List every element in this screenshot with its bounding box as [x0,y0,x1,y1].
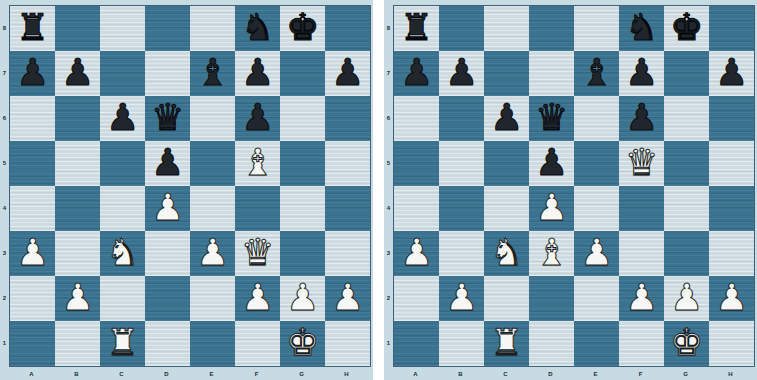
square-e2 [574,276,619,321]
square-c1: ♜ [484,321,529,366]
square-c5 [100,141,145,186]
file-label-g: G [279,371,324,377]
square-h1 [325,321,370,366]
piece-black-king: ♚ [670,9,703,46]
piece-white-pawn: ♟ [670,279,703,316]
square-f3 [619,231,664,276]
square-g2: ♟ [280,276,325,321]
piece-black-bishop: ♝ [196,54,229,91]
square-c6: ♟ [484,96,529,141]
square-h6 [325,96,370,141]
rank-label-2: 2 [384,275,393,320]
square-c2 [484,276,529,321]
piece-black-queen: ♛ [535,99,568,136]
square-d2 [145,276,190,321]
square-f6: ♟ [235,96,280,141]
rank-label-8: 8 [384,5,393,50]
square-c4 [100,186,145,231]
piece-black-pawn: ♟ [61,54,94,91]
square-c4 [484,186,529,231]
piece-white-knight: ♞ [490,234,523,271]
piece-white-rook: ♜ [490,324,523,361]
square-b7: ♟ [55,51,100,96]
square-e8 [574,6,619,51]
file-label-c: C [483,371,528,377]
square-b2: ♟ [55,276,100,321]
square-g8: ♚ [664,6,709,51]
piece-white-pawn: ♟ [151,189,184,226]
piece-black-pawn: ♟ [625,99,658,136]
piece-black-pawn: ♟ [400,54,433,91]
square-f4 [235,186,280,231]
piece-white-king: ♚ [670,324,703,361]
square-b6 [55,96,100,141]
square-a8: ♜ [10,6,55,51]
square-g1: ♚ [280,321,325,366]
square-g4 [664,186,709,231]
square-g1: ♚ [664,321,709,366]
piece-black-rook: ♜ [400,9,433,46]
square-e2 [190,276,235,321]
piece-black-king: ♚ [286,9,319,46]
piece-white-pawn: ♟ [16,234,49,271]
square-a6 [10,96,55,141]
piece-white-pawn: ♟ [400,234,433,271]
square-d7 [529,51,574,96]
square-g5 [664,141,709,186]
rank-label-4: 4 [0,185,9,230]
square-b5 [439,141,484,186]
rank-label-1: 1 [0,320,9,365]
piece-white-bishop: ♝ [241,144,274,181]
square-b2: ♟ [439,276,484,321]
piece-black-queen: ♛ [151,99,184,136]
square-c2 [100,276,145,321]
square-b3 [55,231,100,276]
square-g3 [280,231,325,276]
square-f7: ♟ [235,51,280,96]
square-g4 [280,186,325,231]
square-h2: ♟ [709,276,754,321]
rank-label-3: 3 [384,230,393,275]
square-f1 [235,321,280,366]
square-a3: ♟ [10,231,55,276]
square-d3: ♝ [529,231,574,276]
rank-label-8: 8 [0,5,9,50]
square-a8: ♜ [394,6,439,51]
piece-white-pawn: ♟ [445,279,478,316]
piece-black-rook: ♜ [16,9,49,46]
square-e1 [574,321,619,366]
square-a1 [394,321,439,366]
square-a5 [10,141,55,186]
piece-black-pawn: ♟ [151,144,184,181]
square-b1 [55,321,100,366]
rank-label-7: 7 [384,50,393,95]
file-label-f: F [234,371,279,377]
square-g6 [280,96,325,141]
piece-black-pawn: ♟ [241,54,274,91]
square-h4 [709,186,754,231]
square-g7 [280,51,325,96]
square-f1 [619,321,664,366]
square-d8 [529,6,574,51]
square-g5 [280,141,325,186]
square-e4 [190,186,235,231]
piece-white-pawn: ♟ [331,279,364,316]
square-a4 [394,186,439,231]
piece-black-bishop: ♝ [580,54,613,91]
rank-label-5: 5 [384,140,393,185]
rank-label-4: 4 [384,185,393,230]
square-d5: ♟ [145,141,190,186]
square-h8 [709,6,754,51]
piece-black-knight: ♞ [241,9,274,46]
file-label-d: D [144,371,189,377]
file-label-c: C [99,371,144,377]
square-h3 [709,231,754,276]
square-e7: ♝ [190,51,235,96]
square-f2: ♟ [235,276,280,321]
square-d4: ♟ [529,186,574,231]
square-d1 [529,321,574,366]
piece-black-pawn: ♟ [715,54,748,91]
piece-white-king: ♚ [286,324,319,361]
piece-white-pawn: ♟ [535,189,568,226]
piece-black-pawn: ♟ [331,54,364,91]
file-label-f: F [618,371,663,377]
piece-white-pawn: ♟ [715,279,748,316]
square-a7: ♟ [394,51,439,96]
square-h5 [709,141,754,186]
square-a2 [394,276,439,321]
square-a3: ♟ [394,231,439,276]
square-c3: ♞ [100,231,145,276]
square-b5 [55,141,100,186]
piece-white-pawn: ♟ [196,234,229,271]
square-c7 [484,51,529,96]
piece-white-pawn: ♟ [61,279,94,316]
piece-white-pawn: ♟ [625,279,658,316]
square-b7: ♟ [439,51,484,96]
square-b1 [439,321,484,366]
square-h7: ♟ [325,51,370,96]
piece-black-pawn: ♟ [106,99,139,136]
square-c7 [100,51,145,96]
file-label-a: A [393,371,438,377]
file-label-e: E [573,371,618,377]
square-b4 [55,186,100,231]
piece-white-bishop: ♝ [535,234,568,271]
square-e6 [190,96,235,141]
chess-diagram-pair: 87654321♜♞♚♟♟♝♟♟♟♛♟♟♝♟♟♞♟♛♟♟♟♟♜♚ABCDEFGH… [0,0,757,380]
square-f3: ♛ [235,231,280,276]
piece-white-rook: ♜ [106,324,139,361]
square-g2: ♟ [664,276,709,321]
square-e7: ♝ [574,51,619,96]
square-b6 [439,96,484,141]
square-f5: ♝ [235,141,280,186]
square-a2 [10,276,55,321]
square-f8: ♞ [619,6,664,51]
square-e5 [574,141,619,186]
square-d3 [145,231,190,276]
square-h6 [709,96,754,141]
piece-black-pawn: ♟ [625,54,658,91]
square-f7: ♟ [619,51,664,96]
square-e4 [574,186,619,231]
square-c8 [484,6,529,51]
square-d4: ♟ [145,186,190,231]
piece-white-pawn: ♟ [286,279,319,316]
square-e5 [190,141,235,186]
square-g7 [664,51,709,96]
square-f2: ♟ [619,276,664,321]
square-a5 [394,141,439,186]
square-h2: ♟ [325,276,370,321]
rank-label-5: 5 [0,140,9,185]
square-d5: ♟ [529,141,574,186]
square-b8 [439,6,484,51]
square-h7: ♟ [709,51,754,96]
rank-label-1: 1 [384,320,393,365]
square-d1 [145,321,190,366]
square-f4 [619,186,664,231]
square-c5 [484,141,529,186]
file-label-d: D [528,371,573,377]
chess-board-left: 87654321♜♞♚♟♟♝♟♟♟♛♟♟♝♟♟♞♟♛♟♟♟♟♜♚ABCDEFGH [0,0,373,380]
square-h8 [325,6,370,51]
piece-white-knight: ♞ [106,234,139,271]
rank-label-7: 7 [0,50,9,95]
square-f6: ♟ [619,96,664,141]
square-e3: ♟ [574,231,619,276]
square-e3: ♟ [190,231,235,276]
square-h1 [709,321,754,366]
square-a4 [10,186,55,231]
square-d2 [529,276,574,321]
square-a6 [394,96,439,141]
square-c3: ♞ [484,231,529,276]
piece-black-pawn: ♟ [490,99,523,136]
square-d7 [145,51,190,96]
piece-white-queen: ♛ [625,144,658,181]
square-b4 [439,186,484,231]
piece-white-pawn: ♟ [241,279,274,316]
square-g6 [664,96,709,141]
square-a7: ♟ [10,51,55,96]
square-c6: ♟ [100,96,145,141]
board-grid-left: ♜♞♚♟♟♝♟♟♟♛♟♟♝♟♟♞♟♛♟♟♟♟♜♚ [9,5,371,367]
square-a1 [10,321,55,366]
square-f5: ♛ [619,141,664,186]
piece-black-pawn: ♟ [535,144,568,181]
piece-black-pawn: ♟ [16,54,49,91]
square-g3 [664,231,709,276]
piece-black-knight: ♞ [625,9,658,46]
board-grid-right: ♜♞♚♟♟♝♟♟♟♛♟♟♛♟♟♞♝♟♟♟♟♟♜♚ [393,5,755,367]
rank-label-6: 6 [384,95,393,140]
rank-label-6: 6 [0,95,9,140]
square-f8: ♞ [235,6,280,51]
piece-white-pawn: ♟ [580,234,613,271]
chess-board-right: 87654321♜♞♚♟♟♝♟♟♟♛♟♟♛♟♟♞♝♟♟♟♟♟♜♚ABCDEFGH [384,0,757,380]
piece-black-pawn: ♟ [241,99,274,136]
square-d6: ♛ [145,96,190,141]
square-e1 [190,321,235,366]
piece-black-pawn: ♟ [445,54,478,91]
square-c8 [100,6,145,51]
square-d6: ♛ [529,96,574,141]
square-e6 [574,96,619,141]
file-label-h: H [324,371,369,377]
file-label-e: E [189,371,234,377]
square-b3 [439,231,484,276]
file-label-b: B [438,371,483,377]
piece-white-queen: ♛ [241,234,274,271]
square-d8 [145,6,190,51]
square-h4 [325,186,370,231]
square-b8 [55,6,100,51]
rank-label-2: 2 [0,275,9,320]
square-g8: ♚ [280,6,325,51]
file-label-a: A [9,371,54,377]
file-label-g: G [663,371,708,377]
square-h3 [325,231,370,276]
square-c1: ♜ [100,321,145,366]
file-label-h: H [708,371,753,377]
rank-label-3: 3 [0,230,9,275]
square-e8 [190,6,235,51]
square-h5 [325,141,370,186]
file-label-b: B [54,371,99,377]
